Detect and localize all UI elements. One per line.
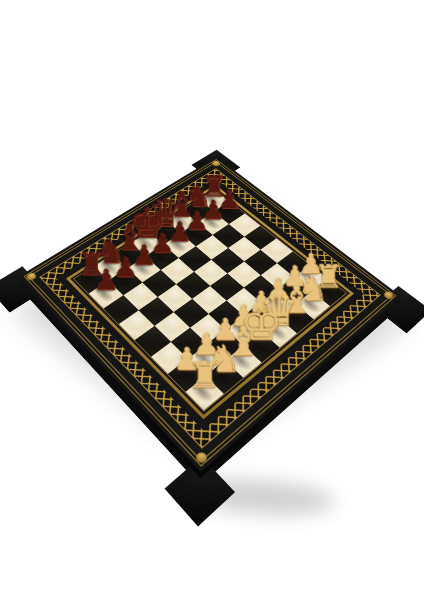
square-h1[interactable]: ♜ <box>186 376 224 410</box>
board-grid: ♜♟♟♜♞♟♟♞♝♟♟♝♛♟♟♛♚♟♟♚♝♟♟♝♞♟♟♞♜♟♟♜ <box>73 189 347 412</box>
corner-medallion-icon <box>194 450 209 465</box>
gold-diamond-inlay-band: ♜♟♟♜♞♟♟♞♝♟♟♝♛♟♟♛♚♟♟♚♝♟♟♝♞♟♟♞♜♟♟♜ <box>39 168 381 449</box>
corner-medallion-icon <box>211 160 222 167</box>
scene: ♜♟♟♜♞♟♟♞♝♟♟♝♛♟♟♛♚♟♟♚♝♟♟♝♞♟♟♞♜♟♟♜ <box>0 0 424 600</box>
board-frame: ♜♟♟♜♞♟♟♞♝♟♟♝♛♟♟♛♚♟♟♚♝♟♟♝♞♟♟♞♜♟♟♜ <box>19 157 400 472</box>
inner-black-margin: ♜♟♟♜♞♟♟♞♝♟♟♝♛♟♟♛♚♟♟♚♝♟♟♝♞♟♟♞♜♟♟♜ <box>56 178 364 429</box>
corner-medallion-icon <box>382 290 395 300</box>
corner-medallion-icon <box>25 272 38 282</box>
square-h7[interactable]: ♟ <box>89 281 123 309</box>
square-g5[interactable] <box>139 297 174 326</box>
square-f4[interactable] <box>174 299 209 328</box>
chess-set-photo: ♜♟♟♜♞♟♟♞♝♟♟♝♛♟♟♛♚♟♟♚♝♟♟♝♞♟♟♞♜♟♟♜ <box>0 0 424 600</box>
